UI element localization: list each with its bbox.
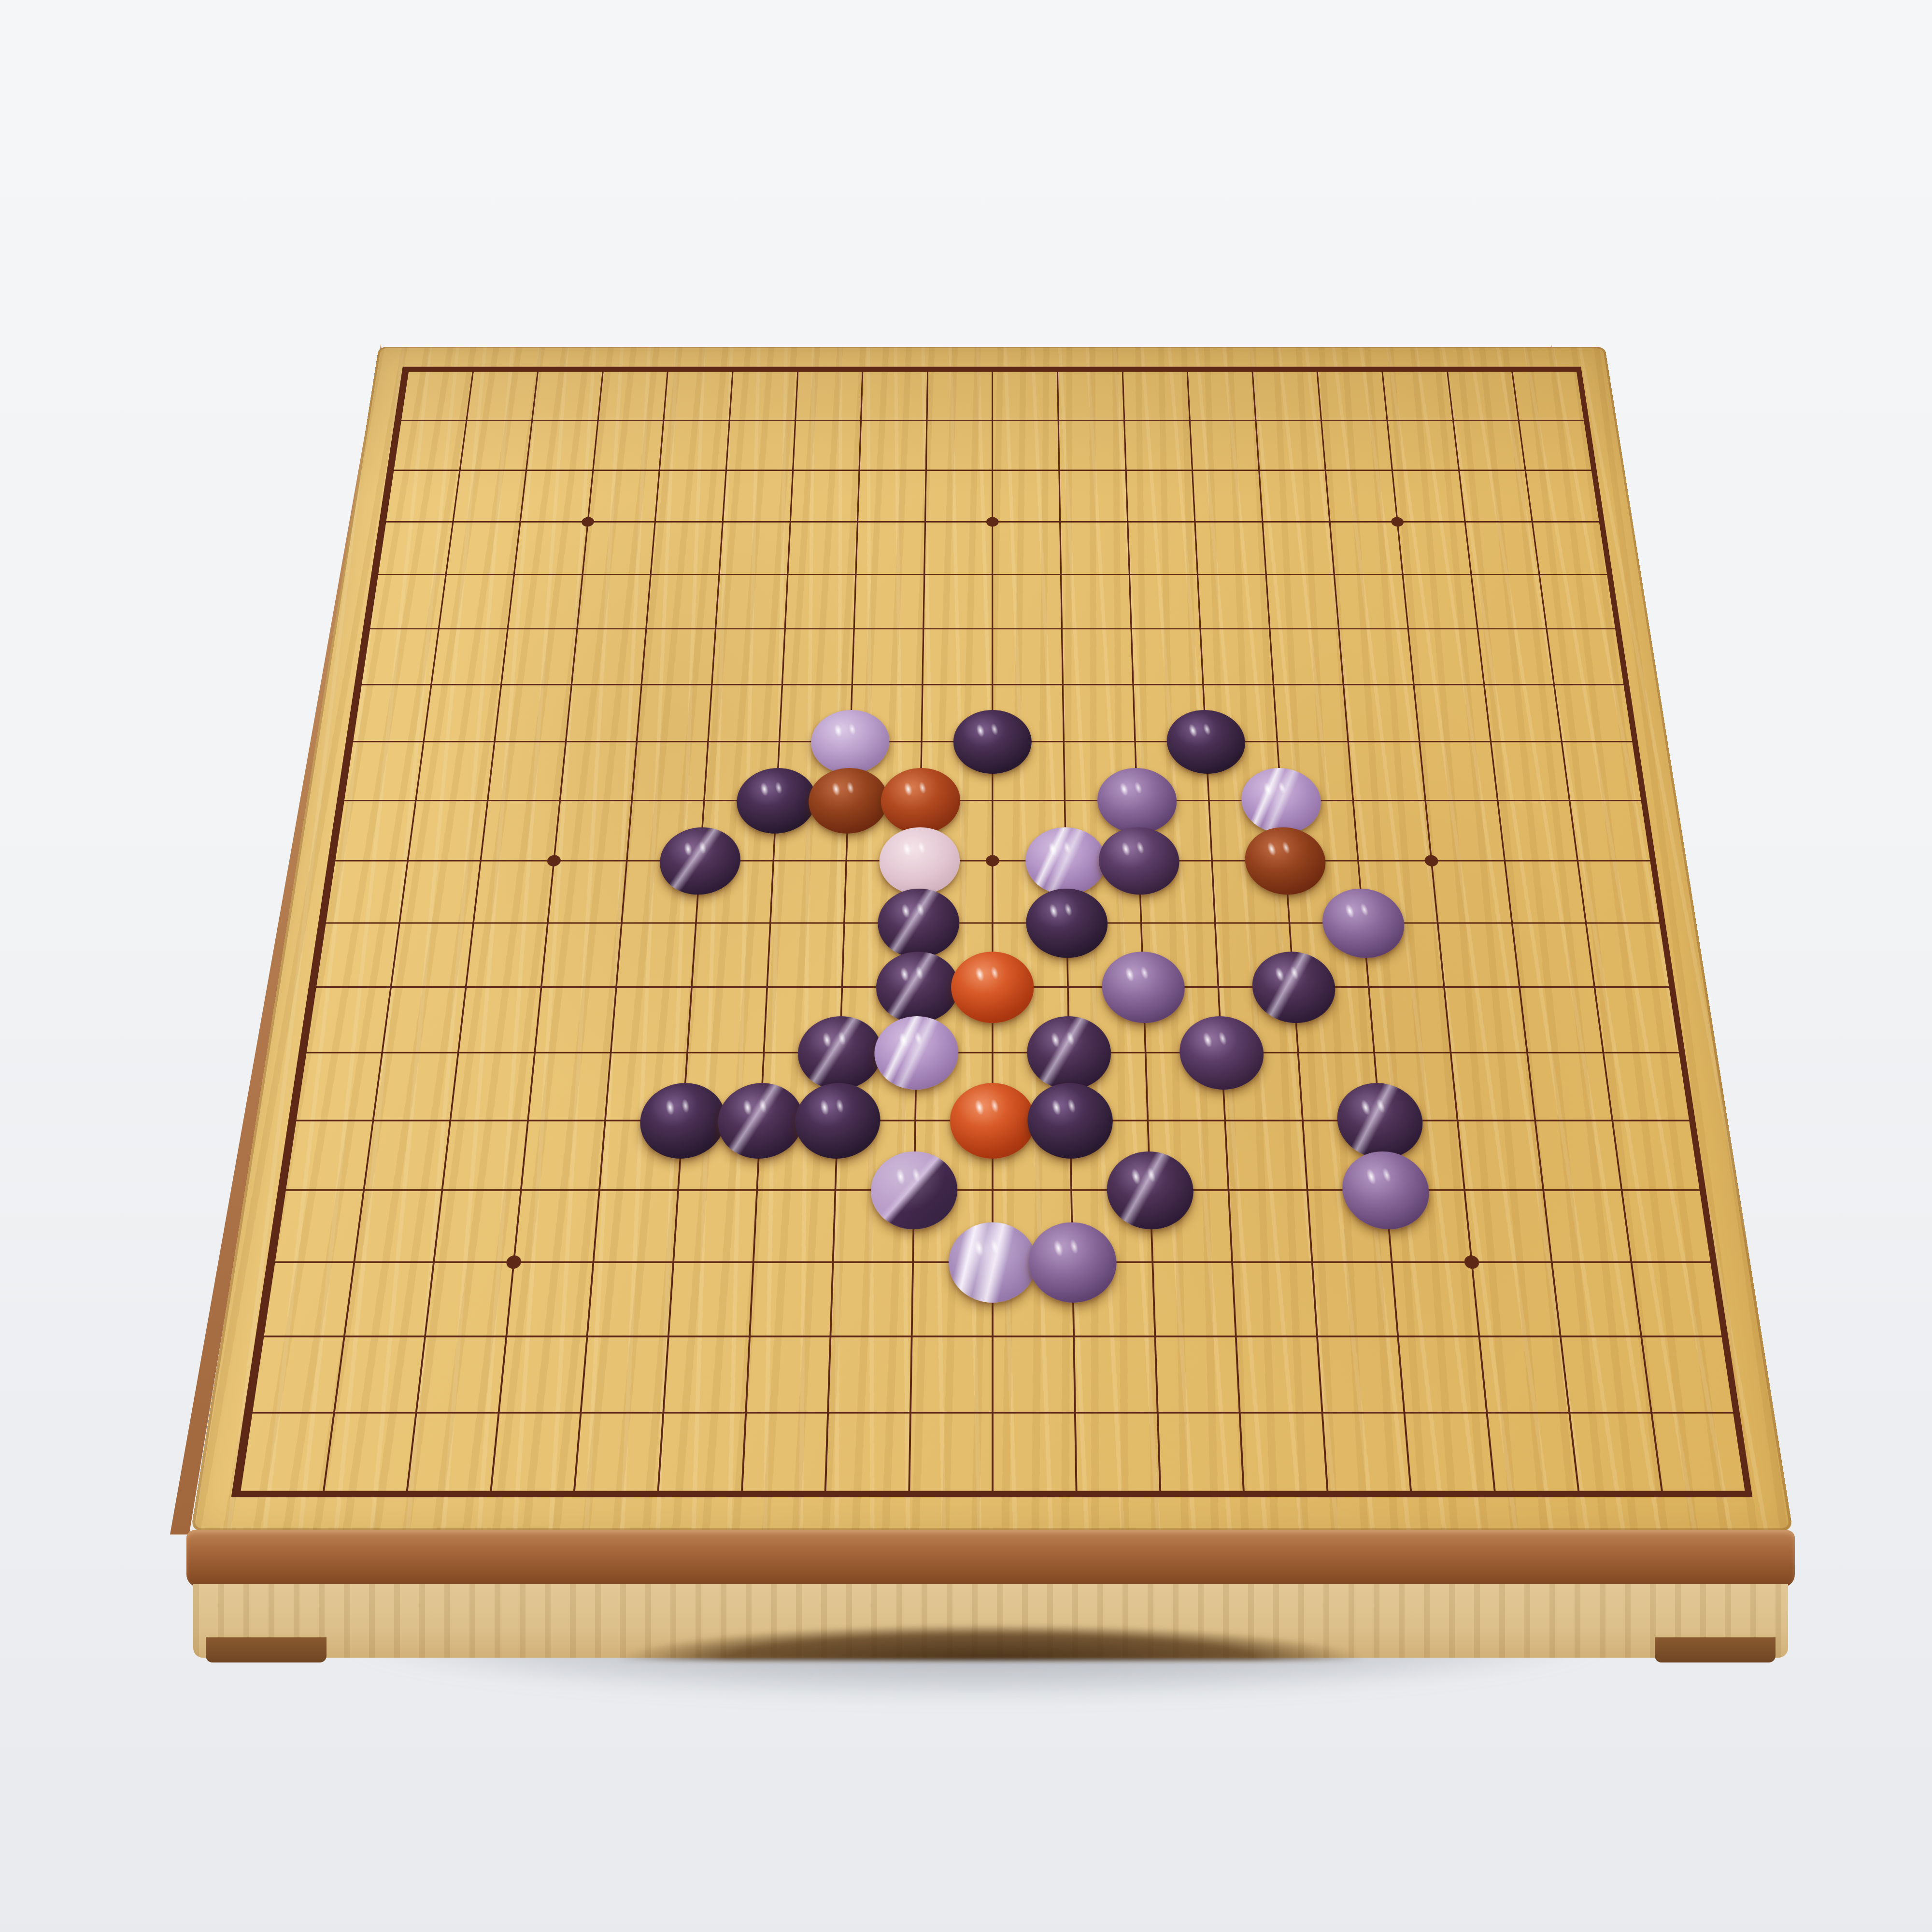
stone-amethyst-deep[interactable] [1098,827,1180,895]
stone-amethyst-dark[interactable] [1165,710,1247,774]
star-point [1422,853,1441,869]
star-point [1462,1253,1482,1272]
board-trim-rail [186,1530,1795,1587]
stone-amethyst-medium[interactable] [1340,1151,1433,1229]
stone-amethyst-dark-banded[interactable] [877,889,959,958]
stone-amethyst-light-banded[interactable] [1025,827,1107,895]
stone-amethyst-dark-banded[interactable] [1335,1083,1426,1159]
stone-amethyst-dark[interactable] [794,1083,881,1159]
stone-rose-quartz[interactable] [879,827,960,895]
stone-amethyst-dark[interactable] [637,1083,727,1159]
stone-amethyst-medium[interactable] [1096,768,1178,834]
board-foot-right [1655,1637,1776,1662]
star-point [503,1253,524,1272]
board-front-edge [186,1530,1795,1658]
star-point [984,515,1001,528]
stone-amethyst-medium[interactable] [1320,889,1407,958]
stone-amethyst-dark-banded[interactable] [1106,1151,1194,1229]
stone-carnelian-bright[interactable] [950,1083,1036,1159]
star-point [579,515,597,528]
stone-amethyst-dark[interactable] [1027,1083,1114,1159]
stone-amethyst-light-banded[interactable] [1239,768,1323,834]
board-grid [231,367,1753,1497]
stone-amethyst-dark-banded[interactable] [1250,952,1337,1023]
stone-carnelian-dark[interactable] [807,768,889,834]
stone-amethyst-two-tone[interactable] [870,1151,958,1229]
feet-arch-shadow [512,1614,1469,1661]
stone-carnelian-bright[interactable] [951,952,1035,1023]
board-foot-left [206,1637,327,1662]
stone-amethyst-white-banded[interactable] [949,1222,1037,1303]
stone-amethyst-light-banded[interactable] [873,1016,958,1090]
stone-amethyst-medium[interactable] [1028,1222,1118,1303]
go-board [191,347,1793,1531]
star-point [983,853,1002,869]
board-side-wood [193,1584,1788,1658]
stone-amethyst-dark-banded[interactable] [796,1016,883,1090]
stone-amethyst-deep[interactable] [1178,1016,1265,1090]
stone-amethyst-medium[interactable] [1101,952,1186,1023]
star-point [1389,515,1406,528]
stone-amethyst-dark-banded[interactable] [715,1083,804,1159]
scene: Overhead-angle photo of a wooden 19x19 g… [0,0,1932,1932]
stone-amethyst-dark[interactable] [1026,889,1108,958]
stone-amethyst-dark[interactable] [735,768,817,834]
stone-amethyst-dark[interactable] [953,710,1032,774]
star-point [544,853,563,869]
stone-amethyst-dark-banded[interactable] [657,827,742,895]
stone-carnelian-mid[interactable] [880,768,960,834]
stone-amethyst-dark-banded[interactable] [1027,1016,1112,1090]
stone-amethyst-light[interactable] [810,710,890,774]
stone-amethyst-dark-banded[interactable] [875,952,959,1023]
stone-carnelian-dark[interactable] [1243,827,1328,895]
